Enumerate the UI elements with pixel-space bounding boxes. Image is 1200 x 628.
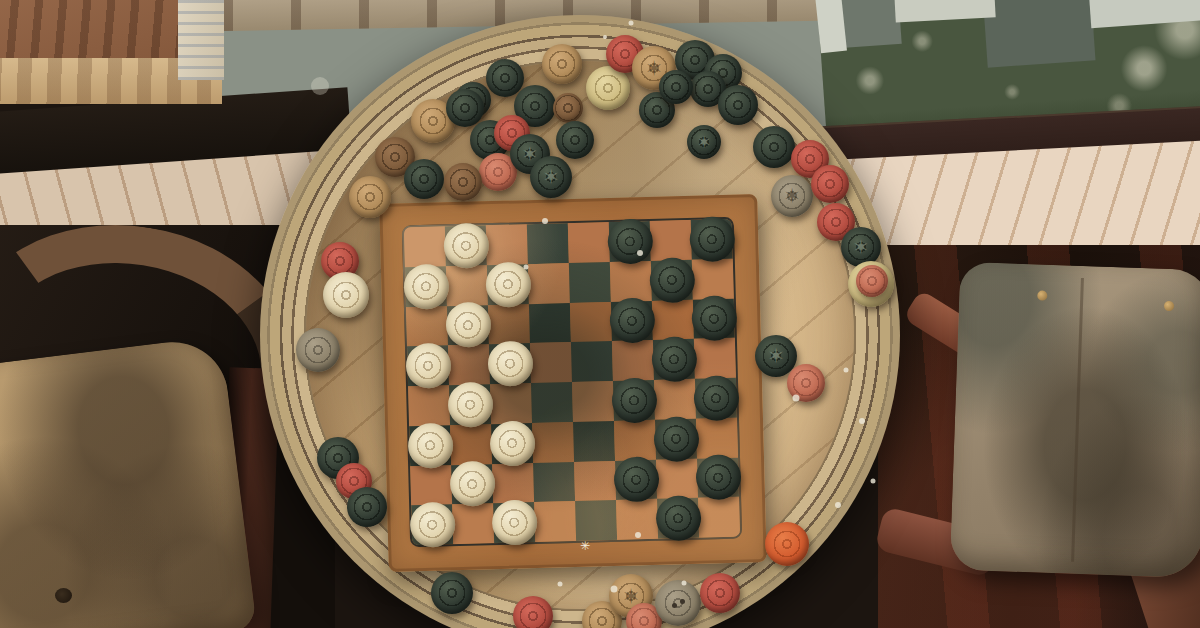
checker-piece-wood[interactable] xyxy=(349,176,391,218)
scene: ✶✶✶✶✶✶✶✶✳ xyxy=(0,0,1200,628)
star-stamp-icon: ✶ xyxy=(687,125,721,159)
paint-splat xyxy=(558,582,563,587)
star-stamp-icon: ✶ xyxy=(771,175,813,217)
checker-piece-dark[interactable] xyxy=(556,121,594,159)
paint-splat xyxy=(871,479,876,484)
paint-splat xyxy=(524,265,529,270)
checker-piece-dark[interactable]: ✶ xyxy=(687,125,721,159)
paint-splat xyxy=(603,35,607,39)
checker-piece-red[interactable] xyxy=(700,573,740,613)
checker-piece-salmon[interactable] xyxy=(856,265,888,297)
paint-splat xyxy=(635,532,641,538)
pieces-layer: ✶✶✶✶✶✶✶✶✳ xyxy=(0,0,1200,628)
star-stamp-icon: ✶ xyxy=(530,156,572,198)
checker-piece-wood[interactable] xyxy=(542,44,582,84)
checker-piece-dark[interactable] xyxy=(431,572,473,614)
paint-splat xyxy=(629,21,634,26)
button-hole xyxy=(680,599,685,604)
paint-splat xyxy=(844,368,849,373)
checker-piece-red[interactable] xyxy=(513,596,553,628)
checker-piece-orange[interactable] xyxy=(765,522,809,566)
checker-piece-brown[interactable] xyxy=(444,163,482,201)
checker-piece-red[interactable] xyxy=(811,165,849,203)
checker-piece-dark[interactable] xyxy=(347,487,387,527)
paint-splat xyxy=(859,418,865,424)
paint-splat xyxy=(835,502,841,508)
checker-piece-grey[interactable]: ✶ xyxy=(771,175,813,217)
checker-piece-grey[interactable] xyxy=(655,580,701,626)
paint-splat: ✳ xyxy=(580,540,590,552)
checker-piece-dark[interactable] xyxy=(718,85,758,125)
checker-piece-dark[interactable] xyxy=(404,159,444,199)
checker-piece-cream[interactable] xyxy=(323,272,369,318)
checker-piece-dark[interactable] xyxy=(446,89,484,127)
paint-splat xyxy=(682,581,687,586)
checker-piece-dark[interactable] xyxy=(753,126,795,168)
checker-piece-brown[interactable] xyxy=(553,93,583,123)
paint-splat xyxy=(311,77,329,95)
checker-piece-dark[interactable]: ✶ xyxy=(530,156,572,198)
paint-splat xyxy=(793,395,800,402)
checker-piece-grey[interactable] xyxy=(296,328,340,372)
paint-splat xyxy=(611,586,618,593)
paint-splat xyxy=(542,218,548,224)
paint-splat xyxy=(637,250,643,256)
checker-piece-dark[interactable] xyxy=(659,70,693,104)
